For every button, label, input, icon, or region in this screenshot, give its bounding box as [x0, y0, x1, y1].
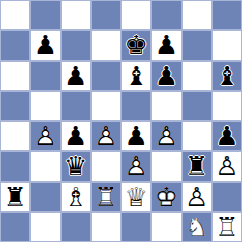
- square-e4[interactable]: ♟: [121, 121, 151, 151]
- square-h4[interactable]: ♟: [212, 121, 242, 151]
- black-pawn[interactable]: ♟: [31, 31, 59, 59]
- white-knight-outline: ♘: [183, 213, 211, 241]
- square-f3[interactable]: [151, 151, 181, 181]
- square-a2[interactable]: ♜: [0, 182, 30, 212]
- black-pawn[interactable]: ♟: [213, 122, 241, 150]
- square-b2[interactable]: [30, 182, 60, 212]
- square-e5[interactable]: [121, 91, 151, 121]
- black-pawn[interactable]: ♟: [62, 122, 90, 150]
- square-f7[interactable]: ♟: [151, 30, 181, 60]
- black-bishop[interactable]: ♝: [213, 62, 241, 90]
- square-d6[interactable]: [91, 61, 121, 91]
- square-c3[interactable]: ♛: [61, 151, 91, 181]
- white-rook-outline: ♖: [213, 213, 241, 241]
- square-h1[interactable]: ♜♖: [212, 212, 242, 242]
- black-queen-glyph: ♛: [62, 152, 90, 180]
- square-c2[interactable]: ♝♗: [61, 182, 91, 212]
- square-b6[interactable]: [30, 61, 60, 91]
- square-b4[interactable]: ♟♙: [30, 121, 60, 151]
- black-pawn[interactable]: ♟: [122, 122, 150, 150]
- white-pawn-outline: ♙: [92, 122, 120, 150]
- white-pawn[interactable]: ♟♙: [122, 152, 150, 180]
- square-b7[interactable]: ♟: [30, 30, 60, 60]
- white-bishop[interactable]: ♝♗: [62, 183, 90, 211]
- white-pawn-outline: ♙: [31, 122, 59, 150]
- square-g7[interactable]: [182, 30, 212, 60]
- white-pawn[interactable]: ♟♙: [31, 122, 59, 150]
- square-e6[interactable]: ♝: [121, 61, 151, 91]
- white-pawn[interactable]: ♟♙: [183, 183, 211, 211]
- square-d8[interactable]: [91, 0, 121, 30]
- square-h5[interactable]: [212, 91, 242, 121]
- square-c4[interactable]: ♟: [61, 121, 91, 151]
- white-knight[interactable]: ♞♘: [183, 213, 211, 241]
- white-pawn[interactable]: ♟♙: [152, 122, 180, 150]
- square-b5[interactable]: [30, 91, 60, 121]
- square-e3[interactable]: ♟♙: [121, 151, 151, 181]
- square-c1[interactable]: [61, 212, 91, 242]
- square-h2[interactable]: [212, 182, 242, 212]
- square-d7[interactable]: [91, 30, 121, 60]
- square-c7[interactable]: [61, 30, 91, 60]
- black-king[interactable]: ♚: [122, 31, 150, 59]
- square-a3[interactable]: [0, 151, 30, 181]
- white-rook[interactable]: ♜♖: [213, 213, 241, 241]
- square-g5[interactable]: [182, 91, 212, 121]
- square-h6[interactable]: ♝: [212, 61, 242, 91]
- square-a8[interactable]: [0, 0, 30, 30]
- black-pawn-glyph: ♟: [152, 31, 180, 59]
- square-e7[interactable]: ♚: [121, 30, 151, 60]
- black-pawn[interactable]: ♟: [152, 62, 180, 90]
- square-b1[interactable]: [30, 212, 60, 242]
- white-pawn-outline: ♙: [152, 122, 180, 150]
- square-f2[interactable]: ♚♔: [151, 182, 181, 212]
- black-bishop[interactable]: ♝: [122, 62, 150, 90]
- white-queen[interactable]: ♛♕: [122, 183, 150, 211]
- chess-board: ♟♚♟♟♝♟♝♟♙♟♟♙♟♟♙♟♛♟♙♜♟♙♜♝♗♜♖♛♕♚♔♟♙♞♘♜♖: [0, 0, 242, 242]
- white-bishop-outline: ♗: [62, 183, 90, 211]
- white-pawn-outline: ♙: [122, 152, 150, 180]
- square-g4[interactable]: [182, 121, 212, 151]
- black-pawn[interactable]: ♟: [152, 31, 180, 59]
- black-pawn-glyph: ♟: [122, 122, 150, 150]
- square-d1[interactable]: [91, 212, 121, 242]
- square-a5[interactable]: [0, 91, 30, 121]
- white-king-outline: ♔: [152, 183, 180, 211]
- black-pawn-glyph: ♟: [62, 122, 90, 150]
- square-d3[interactable]: [91, 151, 121, 181]
- square-c8[interactable]: [61, 0, 91, 30]
- square-g8[interactable]: [182, 0, 212, 30]
- white-queen-outline: ♕: [122, 183, 150, 211]
- square-d5[interactable]: [91, 91, 121, 121]
- black-rook-glyph: ♜: [183, 152, 211, 180]
- black-pawn-glyph: ♟: [152, 62, 180, 90]
- black-king-glyph: ♚: [122, 31, 150, 59]
- square-a6[interactable]: [0, 61, 30, 91]
- square-f8[interactable]: [151, 0, 181, 30]
- square-h3[interactable]: ♟♙: [212, 151, 242, 181]
- square-g1[interactable]: ♞♘: [182, 212, 212, 242]
- square-h8[interactable]: [212, 0, 242, 30]
- square-d2[interactable]: ♜♖: [91, 182, 121, 212]
- white-king[interactable]: ♚♔: [152, 183, 180, 211]
- white-pawn-outline: ♙: [183, 183, 211, 211]
- square-g3[interactable]: ♜: [182, 151, 212, 181]
- square-g2[interactable]: ♟♙: [182, 182, 212, 212]
- square-e1[interactable]: [121, 212, 151, 242]
- black-bishop-glyph: ♝: [122, 62, 150, 90]
- square-h7[interactable]: [212, 30, 242, 60]
- white-pawn-outline: ♙: [213, 152, 241, 180]
- black-rook-glyph: ♜: [1, 183, 29, 211]
- black-pawn-glyph: ♟: [31, 31, 59, 59]
- white-pawn[interactable]: ♟♙: [92, 122, 120, 150]
- black-pawn-glyph: ♟: [213, 122, 241, 150]
- white-rook-outline: ♖: [92, 183, 120, 211]
- square-f4[interactable]: ♟♙: [151, 121, 181, 151]
- square-g6[interactable]: [182, 61, 212, 91]
- square-c5[interactable]: [61, 91, 91, 121]
- square-e2[interactable]: ♛♕: [121, 182, 151, 212]
- white-pawn[interactable]: ♟♙: [213, 152, 241, 180]
- square-d4[interactable]: ♟♙: [91, 121, 121, 151]
- square-a4[interactable]: [0, 121, 30, 151]
- square-e8[interactable]: [121, 0, 151, 30]
- black-bishop-glyph: ♝: [213, 62, 241, 90]
- square-a1[interactable]: [0, 212, 30, 242]
- square-f6[interactable]: ♟: [151, 61, 181, 91]
- square-a7[interactable]: [0, 30, 30, 60]
- square-f5[interactable]: [151, 91, 181, 121]
- square-c6[interactable]: ♟: [61, 61, 91, 91]
- black-pawn-glyph: ♟: [62, 62, 90, 90]
- black-pawn[interactable]: ♟: [62, 62, 90, 90]
- black-rook[interactable]: ♜: [183, 152, 211, 180]
- square-b8[interactable]: [30, 0, 60, 30]
- square-f1[interactable]: [151, 212, 181, 242]
- square-b3[interactable]: [30, 151, 60, 181]
- black-rook[interactable]: ♜: [1, 183, 29, 211]
- white-rook[interactable]: ♜♖: [92, 183, 120, 211]
- black-queen[interactable]: ♛: [62, 152, 90, 180]
